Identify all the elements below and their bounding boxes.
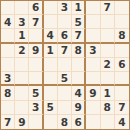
cell-r8c1[interactable] — [1, 101, 15, 115]
cell-r2c6[interactable]: 5 — [72, 15, 86, 29]
given-digit: 4 — [75, 88, 82, 99]
cell-r8c7[interactable] — [86, 101, 100, 115]
cell-r6c7[interactable] — [86, 72, 100, 86]
given-digit: 7 — [32, 17, 39, 28]
cell-r3c8[interactable] — [101, 29, 115, 43]
given-digit: 1 — [47, 45, 54, 56]
cell-r8c8[interactable]: 8 — [101, 101, 115, 115]
cell-r3c7[interactable] — [86, 29, 100, 43]
cell-r8c3[interactable]: 3 — [29, 101, 43, 115]
cell-r5c9[interactable]: 6 — [115, 58, 129, 72]
cell-r7c4[interactable] — [44, 86, 58, 100]
cell-r2c3[interactable]: 7 — [29, 15, 43, 29]
cell-r1c5[interactable]: 3 — [58, 1, 72, 15]
cell-r5c4[interactable] — [44, 58, 58, 72]
cell-r3c3[interactable] — [29, 29, 43, 43]
given-digit: 3 — [89, 45, 96, 56]
cell-r4c2[interactable]: 2 — [15, 44, 29, 58]
cell-r7c1[interactable]: 8 — [1, 86, 15, 100]
cell-r3c4[interactable]: 4 — [44, 29, 58, 43]
given-digit: 1 — [75, 2, 82, 13]
cell-r7c7[interactable]: 9 — [86, 86, 100, 100]
cell-r8c2[interactable] — [15, 101, 29, 115]
given-digit: 7 — [75, 30, 82, 41]
cell-r3c6[interactable]: 7 — [72, 29, 86, 43]
cell-r8c5[interactable] — [58, 101, 72, 115]
given-digit: 7 — [61, 45, 68, 56]
cell-r6c9[interactable] — [115, 72, 129, 86]
cell-r6c4[interactable] — [44, 72, 58, 86]
cell-r1c9[interactable] — [115, 1, 129, 15]
cell-r3c2[interactable]: 1 — [15, 29, 29, 43]
cell-r3c5[interactable]: 6 — [58, 29, 72, 43]
given-digit: 4 — [47, 30, 54, 41]
given-digit: 8 — [4, 88, 11, 99]
cell-r5c1[interactable] — [1, 58, 15, 72]
given-digit: 2 — [18, 45, 25, 56]
cell-r7c9[interactable] — [115, 86, 129, 100]
cell-r7c5[interactable] — [58, 86, 72, 100]
cell-r1c1[interactable] — [1, 1, 15, 15]
given-digit: 1 — [18, 30, 25, 41]
cell-r4c3[interactable]: 9 — [29, 44, 43, 58]
cell-r1c6[interactable]: 1 — [72, 1, 86, 15]
cell-r5c7[interactable] — [86, 58, 100, 72]
given-digit: 6 — [61, 30, 68, 41]
given-digit: 4 — [4, 17, 11, 28]
cell-r6c5[interactable]: 5 — [58, 72, 72, 86]
given-digit: 8 — [118, 30, 125, 41]
given-digit: 6 — [32, 2, 39, 13]
cell-r9c2[interactable]: 9 — [15, 115, 29, 129]
cell-r2c7[interactable] — [86, 15, 100, 29]
cell-r5c5[interactable] — [58, 58, 72, 72]
given-digit: 6 — [118, 59, 125, 70]
cell-r2c4[interactable] — [44, 15, 58, 29]
cell-r8c6[interactable]: 9 — [72, 101, 86, 115]
cell-r7c3[interactable]: 5 — [29, 86, 43, 100]
cell-r2c9[interactable] — [115, 15, 129, 29]
given-digit: 3 — [18, 17, 25, 28]
given-digit: 9 — [75, 102, 82, 113]
cell-r1c3[interactable]: 6 — [29, 1, 43, 15]
cell-r9c7[interactable] — [86, 115, 100, 129]
given-digit: 3 — [4, 73, 11, 84]
cell-r9c8[interactable] — [101, 115, 115, 129]
given-digit: 9 — [89, 88, 96, 99]
given-digit: 8 — [61, 117, 68, 128]
cell-r2c5[interactable] — [58, 15, 72, 29]
cell-r9c6[interactable]: 6 — [72, 115, 86, 129]
given-digit: 8 — [104, 102, 111, 113]
cell-r8c9[interactable]: 7 — [115, 101, 129, 115]
given-digit: 2 — [104, 59, 111, 70]
cell-r9c3[interactable] — [29, 115, 43, 129]
sudoku-board: 63174375146782917832635854913598779864 — [0, 0, 130, 130]
given-digit: 5 — [61, 73, 68, 84]
cell-r4c8[interactable] — [101, 44, 115, 58]
cell-r2c2[interactable]: 3 — [15, 15, 29, 29]
cell-r5c6[interactable] — [72, 58, 86, 72]
cell-r6c1[interactable]: 3 — [1, 72, 15, 86]
given-digit: 8 — [75, 45, 82, 56]
cell-r4c9[interactable] — [115, 44, 129, 58]
cell-r2c8[interactable] — [101, 15, 115, 29]
given-digit: 7 — [4, 117, 11, 128]
cell-r4c4[interactable]: 1 — [44, 44, 58, 58]
given-digit: 9 — [32, 45, 39, 56]
cell-r1c8[interactable]: 7 — [101, 1, 115, 15]
cell-r2c1[interactable]: 4 — [1, 15, 15, 29]
cell-r1c4[interactable] — [44, 1, 58, 15]
cell-r3c9[interactable]: 8 — [115, 29, 129, 43]
cell-r6c6[interactable] — [72, 72, 86, 86]
given-digit: 1 — [104, 88, 111, 99]
cell-r5c2[interactable] — [15, 58, 29, 72]
cell-r6c2[interactable] — [15, 72, 29, 86]
cell-r4c1[interactable] — [1, 44, 15, 58]
cell-r7c2[interactable] — [15, 86, 29, 100]
given-digit: 3 — [61, 2, 68, 13]
cell-r5c8[interactable]: 2 — [101, 58, 115, 72]
cell-r8c4[interactable]: 5 — [44, 101, 58, 115]
cell-r4c6[interactable]: 8 — [72, 44, 86, 58]
given-digit: 7 — [104, 2, 111, 13]
cell-r9c5[interactable]: 8 — [58, 115, 72, 129]
cell-r6c3[interactable] — [29, 72, 43, 86]
given-digit: 9 — [18, 117, 25, 128]
cell-r9c4[interactable] — [44, 115, 58, 129]
given-digit: 5 — [32, 88, 39, 99]
cell-r1c2[interactable] — [15, 1, 29, 15]
cell-r3c1[interactable] — [1, 29, 15, 43]
cell-r7c6[interactable]: 4 — [72, 86, 86, 100]
cell-r9c1[interactable]: 7 — [1, 115, 15, 129]
given-digit: 7 — [118, 102, 125, 113]
cell-r9c9[interactable]: 4 — [115, 115, 129, 129]
given-digit: 4 — [118, 117, 125, 128]
cell-r7c8[interactable]: 1 — [101, 86, 115, 100]
cell-r6c8[interactable] — [101, 72, 115, 86]
given-digit: 6 — [75, 117, 82, 128]
cell-r4c7[interactable]: 3 — [86, 44, 100, 58]
cell-r4c5[interactable]: 7 — [58, 44, 72, 58]
cell-r5c3[interactable] — [29, 58, 43, 72]
cell-r1c7[interactable] — [86, 1, 100, 15]
given-digit: 5 — [47, 102, 54, 113]
given-digit: 5 — [75, 17, 82, 28]
given-digit: 3 — [32, 102, 39, 113]
